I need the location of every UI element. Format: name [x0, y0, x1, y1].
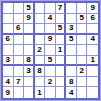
cell-r9c8-empty[interactable]	[77, 87, 88, 98]
cell-r9c1-given-9[interactable]: 9	[3, 87, 14, 98]
cell-r8c1-given-4[interactable]: 4	[3, 77, 14, 88]
cell-r9c7-given-4[interactable]: 4	[66, 87, 77, 98]
cell-r7c1-empty[interactable]	[3, 66, 14, 77]
cell-r9c6-empty[interactable]	[56, 87, 67, 98]
cell-r3c9-empty[interactable]	[87, 24, 98, 35]
cell-r4c8-empty[interactable]	[77, 35, 88, 46]
cell-r7c9-empty[interactable]	[87, 66, 98, 77]
cell-r3c1-empty[interactable]	[3, 24, 14, 35]
cell-r5c4-given-2[interactable]: 2	[35, 45, 46, 56]
cell-r9c4-given-1[interactable]: 1	[35, 87, 46, 98]
cell-r6c9-given-1[interactable]: 1	[87, 56, 98, 67]
cell-r1c4-empty[interactable]	[35, 3, 46, 14]
cell-r2c3-given-9[interactable]: 9	[24, 14, 35, 25]
cell-r1c9-given-9[interactable]: 9	[87, 3, 98, 14]
cell-r1c5-empty[interactable]	[45, 3, 56, 14]
cell-r6c4-empty[interactable]	[35, 56, 46, 67]
cell-r6c2-empty[interactable]	[14, 56, 25, 67]
cell-r1c3-given-5[interactable]: 5	[24, 3, 35, 14]
cell-r5c8-empty[interactable]	[77, 45, 88, 56]
cell-r3c8-empty[interactable]	[77, 24, 88, 35]
cell-r5c2-empty[interactable]	[14, 45, 25, 56]
sudoku-frame: 579945665369542138513824728914	[0, 0, 101, 101]
cell-r1c2-empty[interactable]	[14, 3, 25, 14]
cell-r4c1-given-6[interactable]: 6	[3, 35, 14, 46]
cell-r8c9-empty[interactable]	[87, 77, 98, 88]
cell-r4c7-given-5[interactable]: 5	[66, 35, 77, 46]
cell-r8c3-empty[interactable]	[24, 77, 35, 88]
cell-r2c5-given-4[interactable]: 4	[45, 14, 56, 25]
cell-r2c9-given-6[interactable]: 6	[87, 14, 98, 25]
cell-r1c6-given-7[interactable]: 7	[56, 3, 67, 14]
cell-r1c7-empty[interactable]	[66, 3, 77, 14]
cell-r9c5-empty[interactable]	[45, 87, 56, 98]
cell-r2c8-given-5[interactable]: 5	[77, 14, 88, 25]
cell-r3c7-given-3[interactable]: 3	[66, 24, 77, 35]
cell-r9c3-empty[interactable]	[24, 87, 35, 98]
cell-r3c6-given-5[interactable]: 5	[56, 24, 67, 35]
cell-r7c2-empty[interactable]	[14, 66, 25, 77]
cell-r8c7-given-8[interactable]: 8	[66, 77, 77, 88]
cell-r3c2-given-6[interactable]: 6	[14, 24, 25, 35]
cell-r8c2-given-7[interactable]: 7	[14, 77, 25, 88]
cell-r8c5-given-2[interactable]: 2	[45, 77, 56, 88]
cell-r2c1-empty[interactable]	[3, 14, 14, 25]
cell-r3c5-empty[interactable]	[45, 24, 56, 35]
cell-r2c4-empty[interactable]	[35, 14, 46, 25]
cell-r5c7-empty[interactable]	[66, 45, 77, 56]
cell-r4c6-empty[interactable]	[56, 35, 67, 46]
cell-r7c8-given-2[interactable]: 2	[77, 66, 88, 77]
cell-r6c6-empty[interactable]	[56, 56, 67, 67]
cell-r5c6-given-1[interactable]: 1	[56, 45, 67, 56]
cell-r4c2-empty[interactable]	[14, 35, 25, 46]
cell-r7c4-given-8[interactable]: 8	[35, 66, 46, 77]
cell-r8c8-empty[interactable]	[77, 77, 88, 88]
cell-r7c7-empty[interactable]	[66, 66, 77, 77]
cell-r7c5-empty[interactable]	[45, 66, 56, 77]
cell-r7c6-empty[interactable]	[56, 66, 67, 77]
sudoku-board: 579945665369542138513824728914	[1, 1, 100, 100]
cell-r6c3-given-8[interactable]: 8	[24, 56, 35, 67]
cell-r6c1-given-3[interactable]: 3	[3, 56, 14, 67]
cell-r3c3-empty[interactable]	[24, 24, 35, 35]
cell-r9c9-empty[interactable]	[87, 87, 98, 98]
cell-r8c4-empty[interactable]	[35, 77, 46, 88]
cell-r1c1-empty[interactable]	[3, 3, 14, 14]
cell-r4c4-empty[interactable]	[35, 35, 46, 46]
cell-r4c3-empty[interactable]	[24, 35, 35, 46]
cell-r4c9-given-4[interactable]: 4	[87, 35, 98, 46]
cell-r8c6-empty[interactable]	[56, 77, 67, 88]
cell-r6c8-empty[interactable]	[77, 56, 88, 67]
cell-r1c8-empty[interactable]	[77, 3, 88, 14]
cell-r4c5-given-9[interactable]: 9	[45, 35, 56, 46]
cell-r6c7-empty[interactable]	[66, 56, 77, 67]
cell-r3c4-empty[interactable]	[35, 24, 46, 35]
cell-r9c2-empty[interactable]	[14, 87, 25, 98]
cell-r7c3-given-3[interactable]: 3	[24, 66, 35, 77]
cell-r6c5-given-5[interactable]: 5	[45, 56, 56, 67]
